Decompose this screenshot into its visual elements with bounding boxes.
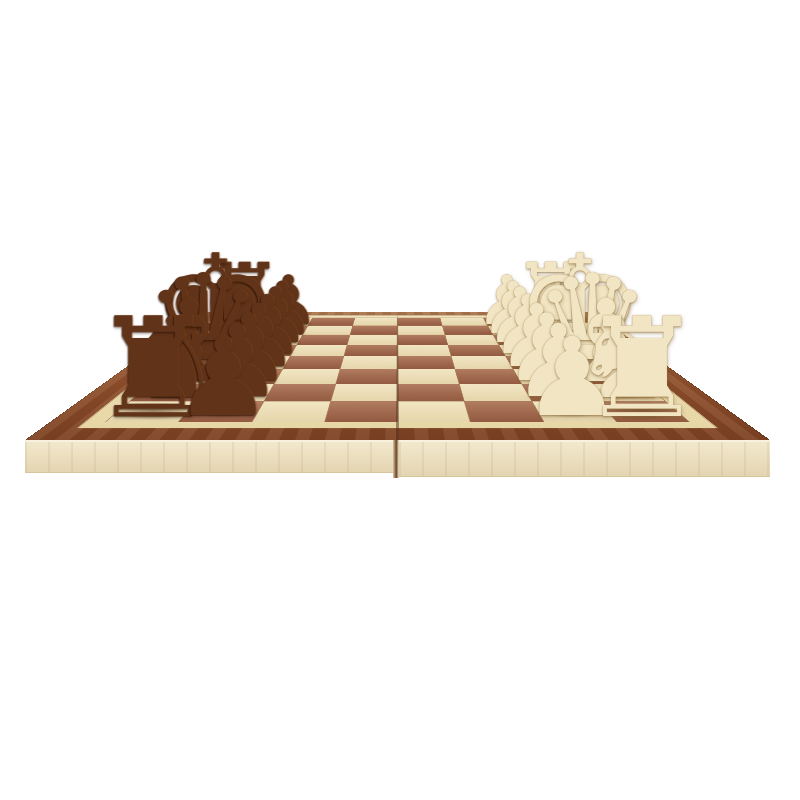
square-f4[interactable] <box>398 335 448 345</box>
square-g8[interactable] <box>208 326 263 335</box>
square-g1[interactable] <box>533 326 588 335</box>
square-g2[interactable] <box>488 326 540 335</box>
square-b6[interactable] <box>264 384 335 401</box>
square-d4[interactable] <box>398 356 455 369</box>
square-g3[interactable] <box>443 326 492 335</box>
square-a4[interactable] <box>398 401 470 421</box>
square-e1[interactable] <box>549 345 612 356</box>
square-e6[interactable] <box>290 345 346 356</box>
chess-set-photo: ♜♞♝♛♚♝♞♜♟♟♟♟♟♟♟♟♟♟♟♟♟♟♟♟♜♞♝♛♚♝♞♜ <box>0 0 800 800</box>
square-h7[interactable] <box>263 318 312 326</box>
box-side-panel-left <box>25 440 393 473</box>
square-c3[interactable] <box>455 369 520 384</box>
square-f8[interactable] <box>196 335 254 345</box>
square-f2[interactable] <box>493 335 549 345</box>
square-a6[interactable] <box>252 401 330 421</box>
square-h2[interactable] <box>483 318 532 326</box>
square-f3[interactable] <box>445 335 498 345</box>
square-a3[interactable] <box>465 401 543 421</box>
square-e5[interactable] <box>344 345 397 356</box>
square-c6[interactable] <box>274 369 339 384</box>
square-e7[interactable] <box>237 345 297 356</box>
box-side-panel-right <box>399 440 770 477</box>
square-h1[interactable] <box>526 318 577 326</box>
square-h6[interactable] <box>308 318 355 326</box>
square-b3[interactable] <box>460 384 531 401</box>
square-c7[interactable] <box>212 369 282 384</box>
square-b7[interactable] <box>197 384 273 401</box>
square-g7[interactable] <box>255 326 307 335</box>
square-f1[interactable] <box>540 335 598 345</box>
square-d7[interactable] <box>225 356 289 369</box>
chess-board <box>25 312 770 440</box>
square-b1[interactable] <box>584 384 665 401</box>
square-c5[interactable] <box>336 369 397 384</box>
square-h5[interactable] <box>353 318 397 326</box>
square-d1[interactable] <box>559 356 627 369</box>
square-h3[interactable] <box>440 318 487 326</box>
square-e2[interactable] <box>499 345 559 356</box>
square-h4[interactable] <box>398 318 442 326</box>
square-f7[interactable] <box>247 335 303 345</box>
square-b4[interactable] <box>398 384 464 401</box>
square-d5[interactable] <box>340 356 397 369</box>
square-c4[interactable] <box>398 369 459 384</box>
square-g5[interactable] <box>350 326 397 335</box>
square-e4[interactable] <box>398 345 451 356</box>
square-a5[interactable] <box>325 401 397 421</box>
square-f6[interactable] <box>297 335 350 345</box>
square-h8[interactable] <box>218 318 269 326</box>
square-g6[interactable] <box>303 326 352 335</box>
square-e3[interactable] <box>448 345 504 356</box>
square-g4[interactable] <box>398 326 445 335</box>
square-b5[interactable] <box>331 384 397 401</box>
square-c1[interactable] <box>571 369 645 384</box>
square-d3[interactable] <box>452 356 513 369</box>
square-d6[interactable] <box>283 356 344 369</box>
square-f5[interactable] <box>347 335 397 345</box>
